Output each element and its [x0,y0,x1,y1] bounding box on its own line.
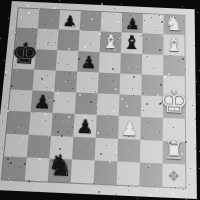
square-light [99,52,121,74]
black-pawn: ♟ [33,93,51,112]
square-light [163,118,185,141]
white-rook: ♜ [163,138,185,164]
chessboard: ♟♟♞♝♝♝♚♟♟♚♟♟♜♞✥ [1,7,187,189]
square-dark [163,55,184,77]
square-dark [98,72,120,94]
white-pawn: ♟ [121,118,139,138]
black-pawn: ♟ [62,14,77,30]
square-light [36,29,59,50]
square-light [17,8,40,29]
square-light [141,95,163,118]
square-light: ♟ [73,114,96,137]
square-dark: ♟ [122,13,143,34]
square-dark: ♟ [31,90,55,113]
square-light: ✥ [162,163,185,188]
board-ornament-mark: ✥ [168,168,179,182]
square-dark [80,11,102,32]
square-dark [51,113,75,136]
square-light [143,14,164,35]
square-dark: ♜ [163,140,186,164]
square-dark: ♞ [164,15,185,36]
square-light [4,133,29,157]
square-light [97,93,120,116]
square-dark [75,92,98,115]
square-light [32,69,55,91]
square-dark [57,30,79,51]
square-dark [2,156,27,180]
square-light [101,12,123,33]
white-bishop: ♝ [101,32,120,52]
square-light [25,157,50,181]
square-dark [117,138,140,162]
square-dark [15,28,38,49]
board-margin: ♟♟♞♝♝♝♚♟♟♚♟♟♜♞✥ [0,1,197,199]
square-light [117,161,140,186]
black-pawn: ♟ [125,17,140,33]
square-dark [96,115,119,138]
square-dark [94,160,118,184]
square-dark: ♝ [100,32,122,53]
square-light [120,73,142,95]
photo-frame: ♟♟♞♝♝♝♚♟♟♚♟♟♜♞✥ [0,0,200,200]
square-dark [6,111,30,134]
square-dark [139,162,162,187]
square-light [142,54,164,76]
square-dark: ♚ [163,96,185,119]
square-dark: ♟ [77,51,99,73]
square-light: ♝ [121,33,143,54]
square-light [53,91,76,114]
black-bishop: ♝ [122,33,141,53]
white-bishop: ♝ [165,35,183,55]
square-light [56,50,79,72]
square-dark [140,117,163,140]
square-light [9,89,33,112]
square-dark [142,33,163,54]
square-light [78,31,100,52]
square-light: ♝ [163,34,184,55]
square-dark [72,136,96,160]
square-light [71,159,95,183]
white-knight: ♞ [164,13,184,34]
square-light [29,112,53,135]
square-light [49,135,73,159]
square-dark [11,68,35,90]
square-light: ♟ [59,10,81,31]
square-light [140,139,163,163]
black-pawn: ♟ [76,116,94,136]
square-light [163,75,185,97]
square-dark [120,53,142,75]
square-dark [54,70,77,92]
square-light: ♟ [118,116,141,139]
square-light: ♚ [13,48,36,70]
square-light [95,137,118,161]
square-dark [141,74,163,96]
square-light [76,71,99,93]
square-dark [119,94,141,117]
square-dark: ♞ [48,158,72,182]
square-dark [27,134,51,158]
square-dark [34,49,57,71]
square-dark [38,9,60,30]
black-pawn: ♟ [80,54,97,71]
